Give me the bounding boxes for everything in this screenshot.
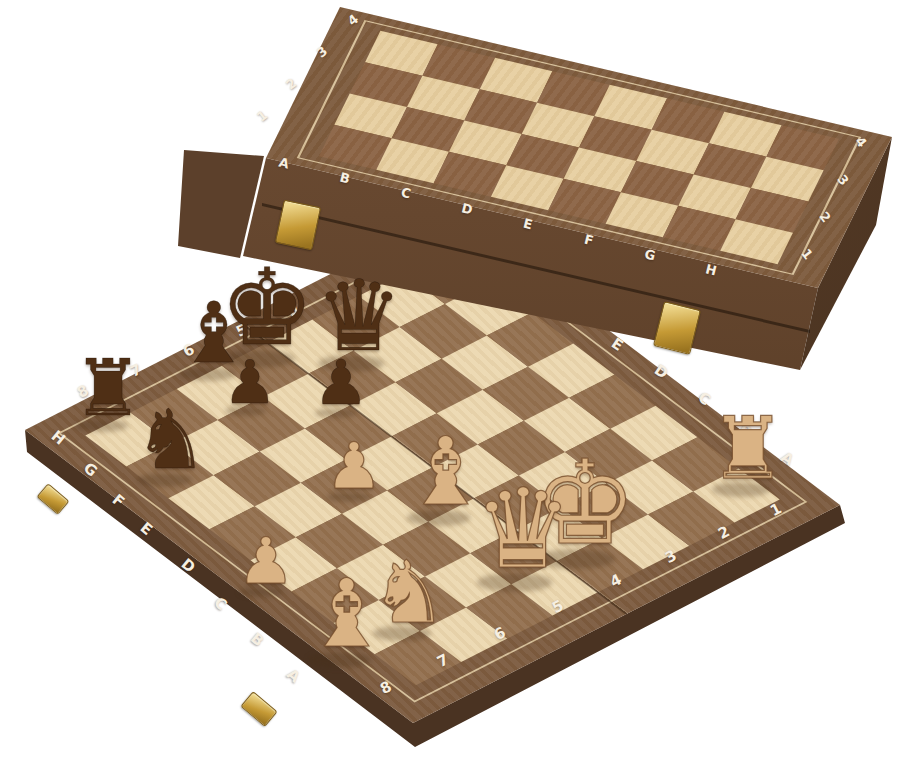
board-file-label-E: E — [137, 520, 154, 538]
board-file-label-B: B — [248, 631, 266, 650]
box-file-label-F: F — [583, 233, 595, 248]
white-rook-a1[interactable]: ♜ — [709, 405, 786, 491]
black-rook-h8[interactable]: ♜ — [73, 349, 143, 427]
black-knight-f8[interactable]: ♞ — [134, 399, 208, 481]
board-clasp-left[interactable] — [36, 483, 69, 515]
white-queen-b5[interactable]: ♛ — [474, 474, 573, 584]
box-latch-left[interactable] — [275, 200, 321, 251]
board-file-label-A: A — [284, 667, 303, 686]
board-file-label-C: C — [211, 595, 229, 614]
box-pinstripe-inlay — [297, 20, 862, 275]
box-rank-label-1: 1 — [254, 108, 269, 124]
board-file-label-D: D — [178, 556, 197, 575]
box-file-label-E: E — [522, 217, 534, 232]
white-pawn-e6[interactable]: ♟ — [325, 434, 382, 498]
black-pawn-g6[interactable]: ♟ — [223, 352, 277, 412]
box-file-label-C: C — [400, 186, 412, 201]
box-rank-label-2: 2 — [283, 76, 298, 92]
white-pawn-d8[interactable]: ♟ — [237, 529, 294, 593]
white-bishop-b8[interactable]: ♝ — [305, 567, 389, 661]
black-pawn-f5[interactable]: ♟ — [313, 352, 369, 414]
board-clasp-bottom[interactable] — [240, 691, 277, 727]
box-file-label-A: A — [278, 155, 291, 170]
box-file-label-G: G — [643, 247, 656, 262]
box-file-label-H: H — [704, 262, 718, 277]
box-file-label-B: B — [339, 170, 352, 185]
box-file-label-D: D — [460, 201, 474, 216]
closed-chess-box-top — [266, 7, 892, 288]
box-latch-right[interactable] — [653, 301, 701, 355]
product-photo: 87654HGFEDCBA87654321EDCBAABCDEFGH432143… — [0, 0, 900, 780]
